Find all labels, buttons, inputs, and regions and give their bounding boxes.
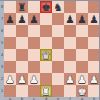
square-f3[interactable] (64, 61, 76, 73)
white-pawn[interactable]: ♟ (64, 73, 76, 85)
square-c5[interactable] (28, 37, 40, 49)
square-h6[interactable] (88, 25, 100, 37)
square-c3[interactable] (28, 61, 40, 73)
black-pawn[interactable]: ♟ (28, 13, 40, 25)
square-a2[interactable]: ♟ (4, 73, 16, 85)
black-pawn[interactable]: ♟ (76, 13, 88, 25)
square-a3[interactable] (4, 61, 16, 73)
square-d7[interactable] (40, 13, 52, 25)
square-h3[interactable] (88, 61, 100, 73)
square-d3[interactable] (40, 61, 52, 73)
square-g5[interactable] (76, 37, 88, 49)
square-g8[interactable] (76, 1, 88, 13)
square-g4[interactable] (76, 49, 88, 61)
square-e4[interactable] (52, 49, 64, 61)
square-d4[interactable]: ♛ (40, 49, 52, 61)
square-a4[interactable] (4, 49, 16, 61)
square-f2[interactable]: ♟ (64, 73, 76, 85)
square-g6[interactable] (76, 25, 88, 37)
black-pawn[interactable]: ♟ (4, 13, 16, 25)
square-e2[interactable] (52, 73, 64, 85)
square-c2[interactable]: ♟ (28, 73, 40, 85)
white-rook[interactable]: ♜ (40, 85, 52, 97)
square-g2[interactable]: ♟ (76, 73, 88, 85)
white-pawn[interactable]: ♟ (76, 73, 88, 85)
white-pawn[interactable]: ♟ (4, 73, 16, 85)
square-c1[interactable] (28, 85, 40, 97)
square-g1[interactable]: ♚ (76, 85, 88, 97)
square-c4[interactable] (28, 49, 40, 61)
square-g7[interactable]: ♟ (76, 13, 88, 25)
black-pawn[interactable]: ♟ (64, 13, 76, 25)
square-b4[interactable] (16, 49, 28, 61)
file-coordinates: abcdefgh (4, 97, 100, 100)
chess-board: ♜♚♞♟♟♟♟♟♟♛♟♟♟♟♟♟♜♚ (4, 1, 100, 97)
file-label: e (52, 97, 64, 100)
square-f4[interactable] (64, 49, 76, 61)
square-h1[interactable] (88, 85, 100, 97)
square-c6[interactable] (28, 25, 40, 37)
file-label: a (4, 97, 16, 100)
square-a7[interactable]: ♟ (4, 13, 16, 25)
square-e7[interactable] (52, 13, 64, 25)
white-pawn[interactable]: ♟ (28, 73, 40, 85)
square-b6[interactable] (16, 25, 28, 37)
square-d6[interactable] (40, 25, 52, 37)
square-f8[interactable] (64, 1, 76, 13)
square-f6[interactable] (64, 25, 76, 37)
square-d1[interactable]: ♜ (40, 85, 52, 97)
file-label: g (76, 97, 88, 100)
black-knight[interactable]: ♞ (52, 1, 64, 13)
square-e8[interactable]: ♞ (52, 1, 64, 13)
square-f7[interactable]: ♟ (64, 13, 76, 25)
square-d5[interactable] (40, 37, 52, 49)
square-h8[interactable] (88, 1, 100, 13)
black-rook[interactable]: ♜ (16, 1, 28, 13)
file-label: d (40, 97, 52, 100)
file-label: c (28, 97, 40, 100)
black-pawn[interactable]: ♟ (88, 13, 100, 25)
file-label: b (16, 97, 28, 100)
square-b7[interactable]: ♟ (16, 13, 28, 25)
black-king[interactable]: ♚ (40, 1, 52, 13)
black-pawn[interactable]: ♟ (16, 13, 28, 25)
square-h4[interactable] (88, 49, 100, 61)
square-b2[interactable]: ♟ (16, 73, 28, 85)
file-label: h (88, 97, 100, 100)
square-h5[interactable] (88, 37, 100, 49)
square-b8[interactable]: ♜ (16, 1, 28, 13)
square-f1[interactable] (64, 85, 76, 97)
square-a6[interactable] (4, 25, 16, 37)
chess-board-app: 87654321 ♜♚♞♟♟♟♟♟♟♛♟♟♟♟♟♟♜♚ abcdefgh (0, 0, 100, 100)
square-b5[interactable] (16, 37, 28, 49)
square-a1[interactable] (4, 85, 16, 97)
square-h7[interactable]: ♟ (88, 13, 100, 25)
square-d8[interactable]: ♚ (40, 1, 52, 13)
square-c8[interactable] (28, 1, 40, 13)
square-b1[interactable] (16, 85, 28, 97)
white-pawn[interactable]: ♟ (88, 73, 100, 85)
square-e5[interactable] (52, 37, 64, 49)
square-e6[interactable] (52, 25, 64, 37)
square-f5[interactable] (64, 37, 76, 49)
square-h2[interactable]: ♟ (88, 73, 100, 85)
square-d2[interactable] (40, 73, 52, 85)
square-a8[interactable] (4, 1, 16, 13)
square-b3[interactable] (16, 61, 28, 73)
square-e1[interactable] (52, 85, 64, 97)
white-queen[interactable]: ♛ (40, 49, 52, 61)
white-king[interactable]: ♚ (76, 85, 88, 97)
white-pawn[interactable]: ♟ (16, 73, 28, 85)
square-g3[interactable] (76, 61, 88, 73)
square-a5[interactable] (4, 37, 16, 49)
file-label: f (64, 97, 76, 100)
square-e3[interactable] (52, 61, 64, 73)
square-c7[interactable]: ♟ (28, 13, 40, 25)
